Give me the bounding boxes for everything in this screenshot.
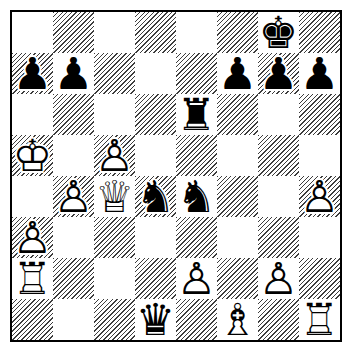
- square-g3[interactable]: [258, 217, 299, 258]
- piece-white-rook[interactable]: ♖: [299, 299, 340, 340]
- piece-black-pawn[interactable]: ♟: [217, 53, 258, 94]
- square-c1[interactable]: [94, 299, 135, 340]
- square-c8[interactable]: [94, 12, 135, 53]
- square-b5[interactable]: [53, 135, 94, 176]
- square-c3[interactable]: [94, 217, 135, 258]
- square-a7[interactable]: ♟♟: [12, 53, 53, 94]
- piece-halo: ♜: [176, 94, 217, 135]
- square-d8[interactable]: [135, 12, 176, 53]
- square-h3[interactable]: [299, 217, 340, 258]
- square-h8[interactable]: [299, 12, 340, 53]
- piece-halo: ♟: [258, 53, 299, 94]
- piece-white-pawn[interactable]: ♙: [12, 217, 53, 258]
- piece-white-pawn[interactable]: ♙: [53, 176, 94, 217]
- piece-black-pawn[interactable]: ♟: [258, 53, 299, 94]
- square-c6[interactable]: [94, 94, 135, 135]
- piece-halo: ♟: [12, 217, 53, 258]
- square-f3[interactable]: [217, 217, 258, 258]
- square-g6[interactable]: [258, 94, 299, 135]
- chess-board: ♚♚♟♟♟♟♟♟♟♟♟♟♜♜♚♔♟♙♟♙♛♕♞♞♞♞♟♙♟♙♜♖♟♙♟♙♛♛♝♗…: [10, 10, 342, 342]
- square-c2[interactable]: [94, 258, 135, 299]
- square-f4[interactable]: [217, 176, 258, 217]
- square-c7[interactable]: [94, 53, 135, 94]
- piece-white-pawn[interactable]: ♙: [258, 258, 299, 299]
- piece-black-pawn[interactable]: ♟: [299, 53, 340, 94]
- square-b1[interactable]: [53, 299, 94, 340]
- piece-halo: ♟: [12, 53, 53, 94]
- square-g5[interactable]: [258, 135, 299, 176]
- piece-halo: ♚: [258, 12, 299, 53]
- piece-halo: ♟: [53, 53, 94, 94]
- square-d3[interactable]: [135, 217, 176, 258]
- square-g4[interactable]: [258, 176, 299, 217]
- piece-halo: ♟: [258, 258, 299, 299]
- piece-black-king[interactable]: ♚: [258, 12, 299, 53]
- square-h5[interactable]: [299, 135, 340, 176]
- piece-halo: ♟: [217, 53, 258, 94]
- square-e6[interactable]: ♜♜: [176, 94, 217, 135]
- square-e1[interactable]: [176, 299, 217, 340]
- square-h2[interactable]: [299, 258, 340, 299]
- square-g1[interactable]: [258, 299, 299, 340]
- square-g7[interactable]: ♟♟: [258, 53, 299, 94]
- page: ♚♚♟♟♟♟♟♟♟♟♟♟♜♜♚♔♟♙♟♙♛♕♞♞♞♞♟♙♟♙♜♖♟♙♟♙♛♛♝♗…: [0, 0, 350, 350]
- piece-halo: ♟: [176, 258, 217, 299]
- piece-white-queen[interactable]: ♕: [94, 176, 135, 217]
- square-e4[interactable]: ♞♞: [176, 176, 217, 217]
- piece-black-rook[interactable]: ♜: [176, 94, 217, 135]
- square-b7[interactable]: ♟♟: [53, 53, 94, 94]
- square-c5[interactable]: ♟♙: [94, 135, 135, 176]
- square-e8[interactable]: [176, 12, 217, 53]
- square-g2[interactable]: ♟♙: [258, 258, 299, 299]
- piece-halo: ♟: [299, 176, 340, 217]
- square-b2[interactable]: [53, 258, 94, 299]
- square-b4[interactable]: ♟♙: [53, 176, 94, 217]
- piece-halo: ♞: [135, 176, 176, 217]
- piece-black-knight[interactable]: ♞: [176, 176, 217, 217]
- square-a3[interactable]: ♟♙: [12, 217, 53, 258]
- piece-white-rook[interactable]: ♖: [12, 258, 53, 299]
- square-e3[interactable]: [176, 217, 217, 258]
- square-f7[interactable]: ♟♟: [217, 53, 258, 94]
- square-d4[interactable]: ♞♞: [135, 176, 176, 217]
- square-d5[interactable]: [135, 135, 176, 176]
- square-d1[interactable]: ♛♛: [135, 299, 176, 340]
- square-d7[interactable]: [135, 53, 176, 94]
- piece-black-pawn[interactable]: ♟: [12, 53, 53, 94]
- piece-halo: ♝: [217, 299, 258, 340]
- square-g8[interactable]: ♚♚: [258, 12, 299, 53]
- square-b6[interactable]: [53, 94, 94, 135]
- piece-black-queen[interactable]: ♛: [135, 299, 176, 340]
- piece-white-king[interactable]: ♔: [12, 135, 53, 176]
- piece-white-pawn[interactable]: ♙: [94, 135, 135, 176]
- piece-halo: ♜: [12, 258, 53, 299]
- square-h6[interactable]: [299, 94, 340, 135]
- piece-halo: ♜: [299, 299, 340, 340]
- piece-black-pawn[interactable]: ♟: [53, 53, 94, 94]
- square-e2[interactable]: ♟♙: [176, 258, 217, 299]
- square-h1[interactable]: ♜♖: [299, 299, 340, 340]
- square-f8[interactable]: [217, 12, 258, 53]
- piece-halo: ♛: [94, 176, 135, 217]
- square-f1[interactable]: ♝♗: [217, 299, 258, 340]
- square-b8[interactable]: [53, 12, 94, 53]
- piece-halo: ♟: [94, 135, 135, 176]
- square-f5[interactable]: [217, 135, 258, 176]
- square-d6[interactable]: [135, 94, 176, 135]
- square-h7[interactable]: ♟♟: [299, 53, 340, 94]
- square-d2[interactable]: [135, 258, 176, 299]
- square-c4[interactable]: ♛♕: [94, 176, 135, 217]
- square-f6[interactable]: [217, 94, 258, 135]
- square-h4[interactable]: ♟♙: [299, 176, 340, 217]
- square-f2[interactable]: [217, 258, 258, 299]
- piece-halo: ♛: [135, 299, 176, 340]
- piece-halo: ♚: [12, 135, 53, 176]
- square-a8[interactable]: [12, 12, 53, 53]
- square-a6[interactable]: [12, 94, 53, 135]
- square-a1[interactable]: [12, 299, 53, 340]
- square-e5[interactable]: [176, 135, 217, 176]
- piece-white-pawn[interactable]: ♙: [176, 258, 217, 299]
- piece-white-pawn[interactable]: ♙: [299, 176, 340, 217]
- square-a2[interactable]: ♜♖: [12, 258, 53, 299]
- piece-halo: ♟: [299, 53, 340, 94]
- square-e7[interactable]: [176, 53, 217, 94]
- piece-halo: ♞: [176, 176, 217, 217]
- square-b3[interactable]: [53, 217, 94, 258]
- square-a4[interactable]: [12, 176, 53, 217]
- piece-white-bishop[interactable]: ♗: [217, 299, 258, 340]
- square-a5[interactable]: ♚♔: [12, 135, 53, 176]
- piece-black-knight[interactable]: ♞: [135, 176, 176, 217]
- piece-halo: ♟: [53, 176, 94, 217]
